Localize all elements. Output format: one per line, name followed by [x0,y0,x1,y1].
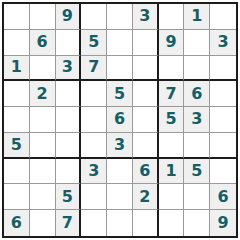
cell-r5c9[interactable] [210,107,236,133]
cell-r4c9[interactable] [210,81,236,107]
cell-r3c4[interactable]: 7 [81,56,107,82]
cell-r5c5[interactable]: 6 [107,107,133,133]
cell-r4c3[interactable] [56,81,82,107]
cell-r1c2[interactable] [30,4,56,30]
cell-r5c6[interactable] [133,107,159,133]
cell-r7c1[interactable] [4,159,30,185]
cell-r9c4[interactable] [81,210,107,236]
sudoku-page: 93165931372576653533615526679 [0,0,240,240]
cell-r2c7[interactable]: 9 [159,30,185,56]
cell-r6c9[interactable] [210,133,236,159]
cell-r2c4[interactable]: 5 [81,30,107,56]
cell-r7c4[interactable]: 3 [81,159,107,185]
cell-r2c3[interactable] [56,30,82,56]
cell-r7c2[interactable] [30,159,56,185]
cell-r6c2[interactable] [30,133,56,159]
cell-r3c9[interactable] [210,56,236,82]
cell-r7c5[interactable] [107,159,133,185]
cell-r8c8[interactable] [184,184,210,210]
cell-r1c1[interactable] [4,4,30,30]
cell-r7c3[interactable] [56,159,82,185]
cell-r8c6[interactable]: 2 [133,184,159,210]
cell-r8c5[interactable] [107,184,133,210]
cell-r6c7[interactable] [159,133,185,159]
cell-r3c6[interactable] [133,56,159,82]
cell-r1c4[interactable] [81,4,107,30]
cell-r4c4[interactable] [81,81,107,107]
cell-r5c4[interactable] [81,107,107,133]
cell-r1c3[interactable]: 9 [56,4,82,30]
cell-r1c7[interactable] [159,4,185,30]
cell-r4c2[interactable]: 2 [30,81,56,107]
cell-r3c3[interactable]: 3 [56,56,82,82]
cell-r2c8[interactable] [184,30,210,56]
cell-r6c1[interactable]: 5 [4,133,30,159]
cell-r9c1[interactable]: 6 [4,210,30,236]
cell-r3c1[interactable]: 1 [4,56,30,82]
cell-r5c7[interactable]: 5 [159,107,185,133]
cell-r5c3[interactable] [56,107,82,133]
cell-r8c9[interactable]: 6 [210,184,236,210]
cell-r4c6[interactable] [133,81,159,107]
cell-r1c9[interactable] [210,4,236,30]
cell-r9c6[interactable] [133,210,159,236]
sudoku-board: 93165931372576653533615526679 [2,2,238,238]
cell-r6c3[interactable] [56,133,82,159]
cell-r5c1[interactable] [4,107,30,133]
cell-r5c2[interactable] [30,107,56,133]
cell-r6c6[interactable] [133,133,159,159]
cell-r7c6[interactable]: 6 [133,159,159,185]
cell-r8c7[interactable] [159,184,185,210]
cell-r2c9[interactable]: 3 [210,30,236,56]
cell-r8c4[interactable] [81,184,107,210]
cell-r5c8[interactable]: 3 [184,107,210,133]
cell-r7c8[interactable]: 5 [184,159,210,185]
cell-r6c4[interactable] [81,133,107,159]
cell-r4c8[interactable]: 6 [184,81,210,107]
cell-r3c8[interactable] [184,56,210,82]
cell-r1c8[interactable]: 1 [184,4,210,30]
cell-r2c1[interactable] [4,30,30,56]
cell-r3c5[interactable] [107,56,133,82]
cell-r4c1[interactable] [4,81,30,107]
cell-r2c6[interactable] [133,30,159,56]
cell-r9c7[interactable] [159,210,185,236]
cell-r4c7[interactable]: 7 [159,81,185,107]
cell-r2c5[interactable] [107,30,133,56]
cell-r8c1[interactable] [4,184,30,210]
cell-r2c2[interactable]: 6 [30,30,56,56]
cell-r3c7[interactable] [159,56,185,82]
cell-r7c7[interactable]: 1 [159,159,185,185]
cell-r1c6[interactable]: 3 [133,4,159,30]
cell-r6c8[interactable] [184,133,210,159]
cell-r9c9[interactable]: 9 [210,210,236,236]
cell-r4c5[interactable]: 5 [107,81,133,107]
cell-r3c2[interactable] [30,56,56,82]
cell-r9c2[interactable] [30,210,56,236]
cell-r7c9[interactable] [210,159,236,185]
cell-r9c5[interactable] [107,210,133,236]
cell-r8c3[interactable]: 5 [56,184,82,210]
cell-r9c8[interactable] [184,210,210,236]
cell-r1c5[interactable] [107,4,133,30]
cell-r8c2[interactable] [30,184,56,210]
cell-r6c5[interactable]: 3 [107,133,133,159]
cell-r9c3[interactable]: 7 [56,210,82,236]
